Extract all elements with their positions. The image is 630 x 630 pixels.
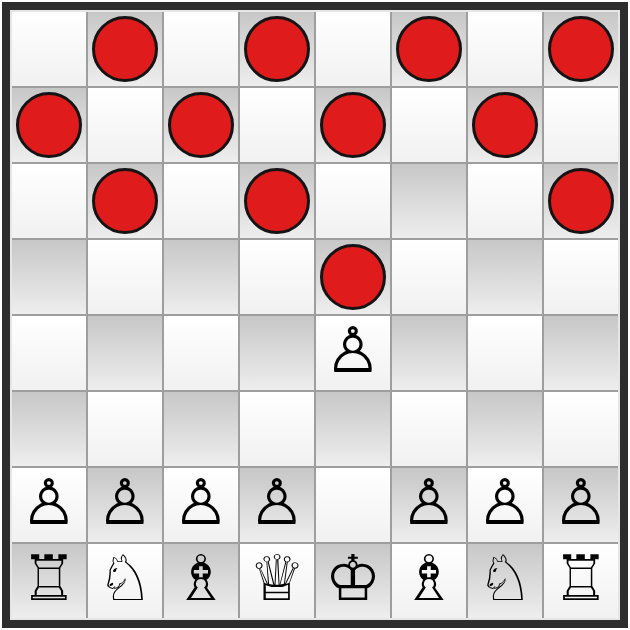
square-g5[interactable]: [468, 240, 542, 314]
square-b3[interactable]: [88, 392, 162, 466]
square-e1[interactable]: ♔: [316, 544, 390, 618]
white-pawn[interactable]: ♙: [477, 468, 533, 540]
square-d5[interactable]: [240, 240, 314, 314]
square-g3[interactable]: [468, 392, 542, 466]
square-a3[interactable]: [12, 392, 86, 466]
square-c8[interactable]: [164, 12, 238, 86]
square-e8[interactable]: [316, 12, 390, 86]
square-d2[interactable]: ♙: [240, 468, 314, 542]
square-f7[interactable]: [392, 88, 466, 162]
red-checker[interactable]: [244, 168, 310, 234]
square-d8[interactable]: [240, 12, 314, 86]
square-b1[interactable]: ♘: [88, 544, 162, 618]
square-f4[interactable]: [392, 316, 466, 390]
white-rook[interactable]: ♖: [21, 544, 77, 616]
white-knight[interactable]: ♘: [477, 544, 533, 616]
white-knight[interactable]: ♘: [97, 544, 153, 616]
square-h5[interactable]: [544, 240, 618, 314]
square-g7[interactable]: [468, 88, 542, 162]
board-inner-edge: ♙♙♙♙♙♙♙♙♖♘♗♕♔♗♘♖: [10, 10, 620, 620]
square-f2[interactable]: ♙: [392, 468, 466, 542]
square-c5[interactable]: [164, 240, 238, 314]
white-pawn[interactable]: ♙: [249, 468, 305, 540]
square-e7[interactable]: [316, 88, 390, 162]
square-g6[interactable]: [468, 164, 542, 238]
red-checker[interactable]: [396, 16, 462, 82]
white-king[interactable]: ♔: [325, 544, 381, 616]
square-h7[interactable]: [544, 88, 618, 162]
square-h2[interactable]: ♙: [544, 468, 618, 542]
square-a6[interactable]: [12, 164, 86, 238]
square-a1[interactable]: ♖: [12, 544, 86, 618]
red-checker[interactable]: [92, 168, 158, 234]
square-c4[interactable]: [164, 316, 238, 390]
square-b2[interactable]: ♙: [88, 468, 162, 542]
white-pawn[interactable]: ♙: [97, 468, 153, 540]
red-checker[interactable]: [168, 92, 234, 158]
square-h4[interactable]: [544, 316, 618, 390]
square-d7[interactable]: [240, 88, 314, 162]
red-checker[interactable]: [472, 92, 538, 158]
square-h6[interactable]: [544, 164, 618, 238]
square-h3[interactable]: [544, 392, 618, 466]
square-g4[interactable]: [468, 316, 542, 390]
square-a5[interactable]: [12, 240, 86, 314]
square-e4[interactable]: ♙: [316, 316, 390, 390]
square-c6[interactable]: [164, 164, 238, 238]
red-checker[interactable]: [16, 92, 82, 158]
square-b4[interactable]: [88, 316, 162, 390]
square-b7[interactable]: [88, 88, 162, 162]
white-queen[interactable]: ♕: [249, 544, 305, 616]
white-pawn[interactable]: ♙: [401, 468, 457, 540]
square-d4[interactable]: [240, 316, 314, 390]
red-checker[interactable]: [320, 92, 386, 158]
square-c3[interactable]: [164, 392, 238, 466]
square-f1[interactable]: ♗: [392, 544, 466, 618]
square-e2[interactable]: [316, 468, 390, 542]
square-e6[interactable]: [316, 164, 390, 238]
square-b6[interactable]: [88, 164, 162, 238]
board: ♙♙♙♙♙♙♙♙♖♘♗♕♔♗♘♖: [12, 12, 618, 618]
square-e3[interactable]: [316, 392, 390, 466]
white-bishop[interactable]: ♗: [173, 544, 229, 616]
square-e5[interactable]: [316, 240, 390, 314]
square-a4[interactable]: [12, 316, 86, 390]
white-pawn[interactable]: ♙: [325, 316, 381, 388]
square-f5[interactable]: [392, 240, 466, 314]
square-g1[interactable]: ♘: [468, 544, 542, 618]
square-c2[interactable]: ♙: [164, 468, 238, 542]
square-f6[interactable]: [392, 164, 466, 238]
red-checker[interactable]: [548, 168, 614, 234]
square-g8[interactable]: [468, 12, 542, 86]
square-a2[interactable]: ♙: [12, 468, 86, 542]
square-g2[interactable]: ♙: [468, 468, 542, 542]
square-h1[interactable]: ♖: [544, 544, 618, 618]
square-h8[interactable]: [544, 12, 618, 86]
red-checker[interactable]: [244, 16, 310, 82]
square-d6[interactable]: [240, 164, 314, 238]
square-c7[interactable]: [164, 88, 238, 162]
square-f8[interactable]: [392, 12, 466, 86]
board-frame: ♙♙♙♙♙♙♙♙♖♘♗♕♔♗♘♖: [2, 2, 628, 628]
white-pawn[interactable]: ♙: [173, 468, 229, 540]
square-a7[interactable]: [12, 88, 86, 162]
red-checker[interactable]: [548, 16, 614, 82]
square-a8[interactable]: [12, 12, 86, 86]
red-checker[interactable]: [92, 16, 158, 82]
white-rook[interactable]: ♖: [553, 544, 609, 616]
red-checker[interactable]: [320, 244, 386, 310]
square-d1[interactable]: ♕: [240, 544, 314, 618]
square-d3[interactable]: [240, 392, 314, 466]
square-c1[interactable]: ♗: [164, 544, 238, 618]
square-b5[interactable]: [88, 240, 162, 314]
white-bishop[interactable]: ♗: [401, 544, 457, 616]
white-pawn[interactable]: ♙: [21, 468, 77, 540]
white-pawn[interactable]: ♙: [553, 468, 609, 540]
square-f3[interactable]: [392, 392, 466, 466]
square-b8[interactable]: [88, 12, 162, 86]
